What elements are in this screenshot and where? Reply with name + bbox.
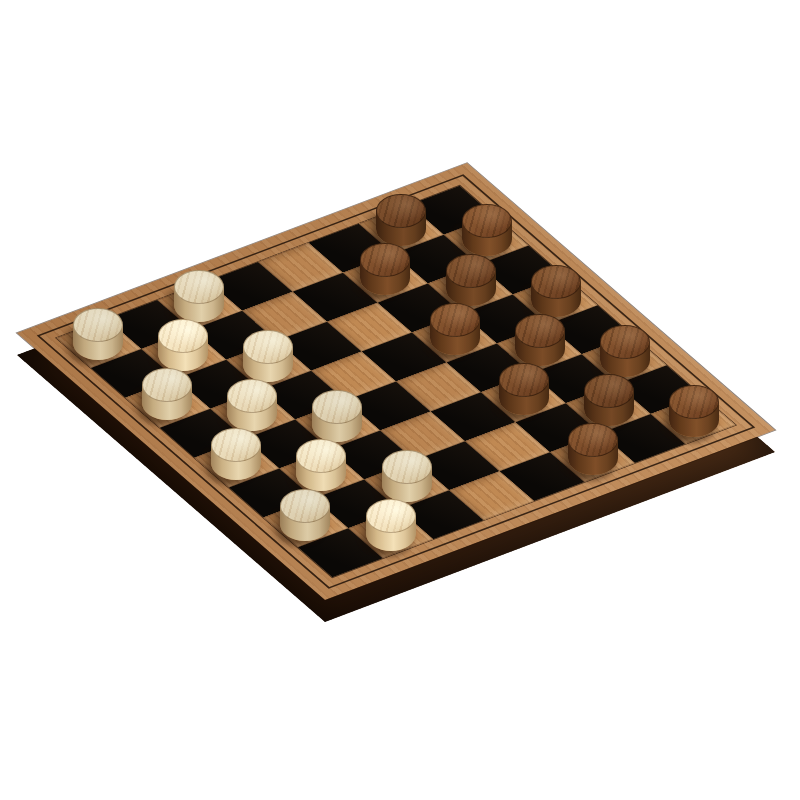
checker-dark[interactable] [430,303,480,355]
checker-dark[interactable] [600,325,650,377]
checker-top-face [568,423,618,457]
checker-dark[interactable] [669,385,719,437]
checker-dark[interactable] [446,254,496,306]
product-photo-scene [0,0,800,800]
checker-light[interactable] [73,308,123,360]
checker-light[interactable] [174,270,224,322]
checker-dark[interactable] [531,265,581,317]
checker-light[interactable] [211,428,261,480]
checker-top-face [600,325,650,359]
checker-top-face [366,499,416,533]
checker-top-face [462,204,512,238]
checker-top-face [382,450,432,484]
checker-top-face [73,308,123,342]
checker-light[interactable] [280,489,330,541]
checker-dark[interactable] [515,314,565,366]
checker-dark[interactable] [568,423,618,475]
checker-dark[interactable] [360,243,410,295]
checker-top-face [669,385,719,419]
checker-top-face [515,314,565,348]
checker-top-face [376,194,426,228]
checker-top-face [584,374,634,408]
checker-light[interactable] [142,368,192,420]
checker-top-face [531,265,581,299]
checker-dark[interactable] [462,204,512,256]
checker-top-face [360,243,410,277]
checker-light[interactable] [158,319,208,371]
checker-light[interactable] [296,439,346,491]
checker-top-face [280,489,330,523]
checker-dark[interactable] [376,194,426,246]
checker-top-face [243,330,293,364]
checker-light[interactable] [227,379,277,431]
checker-top-face [499,363,549,397]
checker-light[interactable] [312,390,362,442]
checker-light[interactable] [382,450,432,502]
checker-top-face [430,303,480,337]
checker-light[interactable] [366,499,416,551]
checker-light[interactable] [243,330,293,382]
checker-dark[interactable] [584,374,634,426]
checker-top-face [446,254,496,288]
checker-dark[interactable] [499,363,549,415]
checker-top-face [174,270,224,304]
checker-top-face [158,319,208,353]
